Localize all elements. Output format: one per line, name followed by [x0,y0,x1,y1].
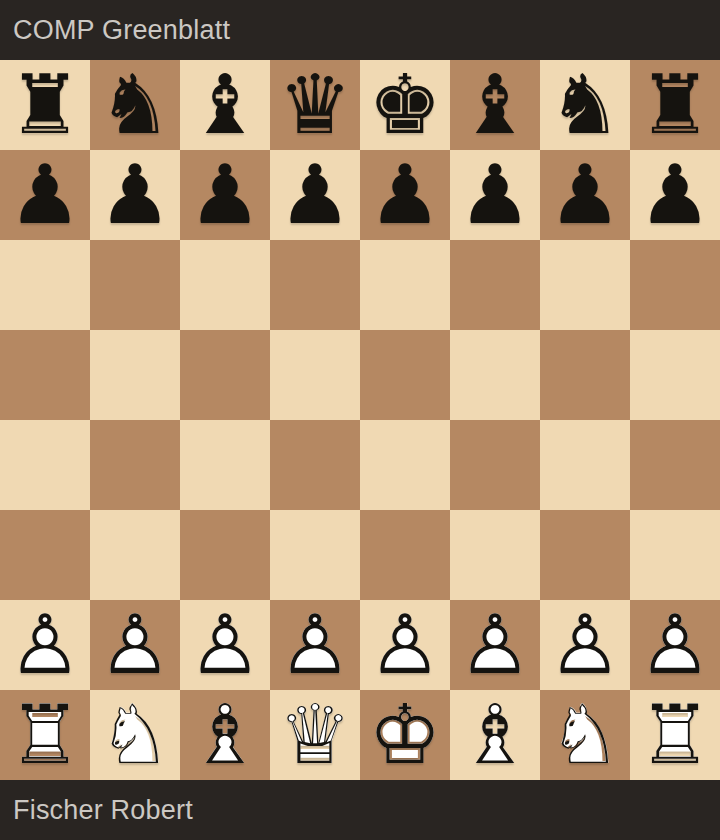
square-g4[interactable] [540,420,630,510]
black-pawn[interactable]: ♟ [630,150,720,240]
square-a7[interactable]: ♟ [0,150,90,240]
square-e7[interactable]: ♟ [360,150,450,240]
square-d8[interactable]: ♛ [270,60,360,150]
white-rook[interactable]: ♜♖ [0,690,90,780]
piece-glyph: ♟ [0,150,90,240]
white-knight[interactable]: ♞♘ [90,690,180,780]
piece-glyph: ♞ [90,60,180,150]
black-pawn[interactable]: ♟ [360,150,450,240]
piece-glyph: ♞ [540,60,630,150]
square-a8[interactable]: ♜ [0,60,90,150]
square-a1[interactable]: ♜♖ [0,690,90,780]
square-f6[interactable] [450,240,540,330]
black-pawn[interactable]: ♟ [540,150,630,240]
square-a6[interactable] [0,240,90,330]
square-b3[interactable] [90,510,180,600]
square-c4[interactable] [180,420,270,510]
square-e1[interactable]: ♚♔ [360,690,450,780]
player-name-black: COMP Greenblatt [13,17,230,44]
square-g2[interactable]: ♟♙ [540,600,630,690]
black-rook[interactable]: ♜ [0,60,90,150]
piece-glyph: ♝ [180,60,270,150]
piece-outline-layer: ♙ [180,600,270,690]
piece-glyph: ♟ [90,150,180,240]
piece-glyph: ♟ [270,150,360,240]
piece-outline-layer: ♙ [450,600,540,690]
square-d5[interactable] [270,330,360,420]
square-c6[interactable] [180,240,270,330]
white-knight[interactable]: ♞♘ [540,690,630,780]
square-c8[interactable]: ♝ [180,60,270,150]
square-g8[interactable]: ♞ [540,60,630,150]
piece-glyph: ♟ [540,150,630,240]
black-bishop[interactable]: ♝ [180,60,270,150]
square-c7[interactable]: ♟ [180,150,270,240]
white-pawn[interactable]: ♟♙ [180,600,270,690]
square-e4[interactable] [360,420,450,510]
black-queen[interactable]: ♛ [270,60,360,150]
piece-outline-layer: ♔ [360,690,450,780]
piece-glyph: ♟ [360,150,450,240]
square-d2[interactable]: ♟♙ [270,600,360,690]
square-d1[interactable]: ♛♕ [270,690,360,780]
square-h6[interactable] [630,240,720,330]
black-knight[interactable]: ♞ [90,60,180,150]
white-queen[interactable]: ♛♕ [270,690,360,780]
white-pawn[interactable]: ♟♙ [360,600,450,690]
square-f7[interactable]: ♟ [450,150,540,240]
square-f2[interactable]: ♟♙ [450,600,540,690]
white-pawn[interactable]: ♟♙ [630,600,720,690]
square-c3[interactable] [180,510,270,600]
white-bishop[interactable]: ♝♗ [180,690,270,780]
piece-outline-layer: ♘ [540,690,630,780]
piece-outline-layer: ♖ [0,690,90,780]
square-a2[interactable]: ♟♙ [0,600,90,690]
piece-outline-layer: ♖ [630,690,720,780]
piece-outline-layer: ♙ [360,600,450,690]
square-a4[interactable] [0,420,90,510]
square-b1[interactable]: ♞♘ [90,690,180,780]
square-g7[interactable]: ♟ [540,150,630,240]
square-g6[interactable] [540,240,630,330]
square-e2[interactable]: ♟♙ [360,600,450,690]
black-knight[interactable]: ♞ [540,60,630,150]
game-window: COMP Greenblatt ♜♞♝♛♚♝♞♜♟♟♟♟♟♟♟♟♟♙♟♙♟♙♟♙… [0,0,720,840]
square-h1[interactable]: ♜♖ [630,690,720,780]
square-b6[interactable] [90,240,180,330]
piece-glyph: ♜ [0,60,90,150]
square-h2[interactable]: ♟♙ [630,600,720,690]
square-b4[interactable] [90,420,180,510]
square-d6[interactable] [270,240,360,330]
square-c5[interactable] [180,330,270,420]
white-pawn[interactable]: ♟♙ [0,600,90,690]
square-a3[interactable] [0,510,90,600]
piece-outline-layer: ♙ [270,600,360,690]
piece-glyph: ♟ [450,150,540,240]
white-pawn[interactable]: ♟♙ [90,600,180,690]
black-pawn[interactable]: ♟ [450,150,540,240]
piece-outline-layer: ♙ [90,600,180,690]
square-f3[interactable] [450,510,540,600]
square-c1[interactable]: ♝♗ [180,690,270,780]
white-bishop[interactable]: ♝♗ [450,690,540,780]
piece-outline-layer: ♗ [450,690,540,780]
piece-glyph: ♟ [180,150,270,240]
piece-outline-layer: ♕ [270,690,360,780]
square-f1[interactable]: ♝♗ [450,690,540,780]
square-h4[interactable] [630,420,720,510]
piece-glyph: ♚ [360,60,450,150]
piece-outline-layer: ♙ [0,600,90,690]
square-g1[interactable]: ♞♘ [540,690,630,780]
square-d4[interactable] [270,420,360,510]
player-bar-top: COMP Greenblatt [0,0,720,60]
black-pawn[interactable]: ♟ [180,150,270,240]
black-pawn[interactable]: ♟ [270,150,360,240]
square-g3[interactable] [540,510,630,600]
square-e8[interactable]: ♚ [360,60,450,150]
square-f4[interactable] [450,420,540,510]
square-f8[interactable]: ♝ [450,60,540,150]
square-e3[interactable] [360,510,450,600]
black-king[interactable]: ♚ [360,60,450,150]
square-b5[interactable] [90,330,180,420]
square-e6[interactable] [360,240,450,330]
square-d3[interactable] [270,510,360,600]
white-king[interactable]: ♚♔ [360,690,450,780]
piece-outline-layer: ♗ [180,690,270,780]
square-b7[interactable]: ♟ [90,150,180,240]
square-b8[interactable]: ♞ [90,60,180,150]
square-c2[interactable]: ♟♙ [180,600,270,690]
black-pawn[interactable]: ♟ [0,150,90,240]
square-h3[interactable] [630,510,720,600]
square-h8[interactable]: ♜ [630,60,720,150]
square-e5[interactable] [360,330,450,420]
white-pawn[interactable]: ♟♙ [270,600,360,690]
square-d7[interactable]: ♟ [270,150,360,240]
piece-glyph: ♟ [630,150,720,240]
square-b2[interactable]: ♟♙ [90,600,180,690]
chess-board: ♜♞♝♛♚♝♞♜♟♟♟♟♟♟♟♟♟♙♟♙♟♙♟♙♟♙♟♙♟♙♟♙♜♖♞♘♝♗♛♕… [0,60,720,780]
piece-glyph: ♝ [450,60,540,150]
white-rook[interactable]: ♜♖ [630,690,720,780]
black-rook[interactable]: ♜ [630,60,720,150]
player-bar-bottom: Fischer Robert [0,780,720,840]
square-g5[interactable] [540,330,630,420]
square-f5[interactable] [450,330,540,420]
piece-glyph: ♛ [270,60,360,150]
piece-outline-layer: ♙ [630,600,720,690]
square-h5[interactable] [630,330,720,420]
black-pawn[interactable]: ♟ [90,150,180,240]
white-pawn[interactable]: ♟♙ [540,600,630,690]
white-pawn[interactable]: ♟♙ [450,600,540,690]
black-bishop[interactable]: ♝ [450,60,540,150]
piece-outline-layer: ♘ [90,690,180,780]
piece-glyph: ♜ [630,60,720,150]
square-h7[interactable]: ♟ [630,150,720,240]
player-name-white: Fischer Robert [13,797,193,824]
square-a5[interactable] [0,330,90,420]
piece-outline-layer: ♙ [540,600,630,690]
